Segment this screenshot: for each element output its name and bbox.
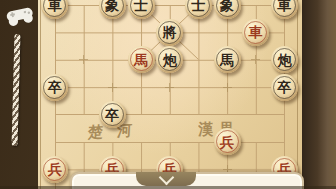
- piece-label: 卒: [277, 80, 291, 94]
- background-right-band: [302, 0, 336, 189]
- board-point-marker: [108, 83, 117, 92]
- piece-black-卒[interactable]: 卒: [99, 101, 126, 128]
- piece-black-象[interactable]: 象: [99, 0, 126, 19]
- piece-label: 象: [220, 0, 234, 12]
- piece-grid: 車象士士象車將車馬炮馬炮卒卒卒兵兵兵兵兵: [41, 0, 299, 189]
- piece-label: 兵: [48, 162, 62, 176]
- piece-label: 象: [105, 0, 119, 12]
- piece-label: 馬: [134, 53, 148, 67]
- piece-black-卒[interactable]: 卒: [41, 74, 68, 101]
- gamepad-button[interactable]: [5, 4, 35, 28]
- piece-red-兵[interactable]: 兵: [214, 128, 241, 155]
- piece-label: 士: [191, 0, 205, 12]
- piece-label: 士: [134, 0, 148, 12]
- piece-red-車[interactable]: 車: [242, 19, 269, 46]
- piece-label: 卒: [105, 108, 119, 122]
- bottom-edge-shade: [0, 186, 336, 189]
- piece-black-士[interactable]: 士: [185, 0, 212, 19]
- piece-label: 馬: [220, 53, 234, 67]
- piece-black-炮[interactable]: 炮: [271, 46, 298, 73]
- piece-black-士[interactable]: 士: [128, 0, 155, 19]
- piece-label: 炮: [163, 53, 177, 67]
- piece-black-炮[interactable]: 炮: [156, 46, 183, 73]
- piece-black-卒[interactable]: 卒: [271, 74, 298, 101]
- rope-decoration: [12, 34, 21, 146]
- piece-black-車[interactable]: 車: [271, 0, 298, 19]
- piece-label: 車: [277, 0, 291, 12]
- piece-black-象[interactable]: 象: [214, 0, 241, 19]
- piece-label: 卒: [48, 80, 62, 94]
- piece-black-馬[interactable]: 馬: [214, 46, 241, 73]
- piece-label: 車: [249, 25, 263, 39]
- board-point-marker: [165, 83, 174, 92]
- board-point-marker: [251, 55, 260, 64]
- board-point-marker: [79, 55, 88, 64]
- piece-label: 炮: [277, 53, 291, 67]
- piece-black-將[interactable]: 將: [156, 19, 183, 46]
- panel-toggle-tab[interactable]: [136, 172, 196, 186]
- gamepad-icon: [3, 1, 37, 31]
- piece-label: 兵: [220, 135, 234, 149]
- piece-black-車[interactable]: 車: [41, 0, 68, 19]
- board-point-marker: [223, 83, 232, 92]
- piece-label: 車: [48, 0, 62, 12]
- app-screen: 楚河 漢界 車象士士象車將車馬炮馬炮卒卒卒兵兵兵兵兵: [0, 0, 336, 189]
- piece-red-馬[interactable]: 馬: [128, 46, 155, 73]
- piece-red-兵[interactable]: 兵: [41, 156, 68, 183]
- chevron-down-icon: [158, 169, 174, 185]
- piece-label: 將: [163, 25, 177, 39]
